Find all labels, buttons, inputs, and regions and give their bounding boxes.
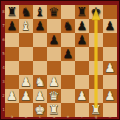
- square-d7[interactable]: [47, 19, 61, 33]
- piece-black-pawn: ♟: [105, 20, 116, 32]
- piece-white-pawn: ♟: [77, 90, 88, 102]
- square-f3[interactable]: [75, 75, 89, 89]
- square-c1[interactable]: ♚: [33, 103, 47, 117]
- square-a3[interactable]: [5, 75, 19, 89]
- piece-black-pawn: ♟: [77, 20, 88, 32]
- square-d2[interactable]: ♛: [47, 89, 61, 103]
- square-d1[interactable]: ♜: [47, 103, 61, 117]
- square-h4[interactable]: ♟: [103, 61, 117, 75]
- square-h1[interactable]: [103, 103, 117, 117]
- piece-white-pawn: ♟: [105, 62, 116, 74]
- square-c3[interactable]: ♞: [33, 75, 47, 89]
- square-c4[interactable]: [33, 61, 47, 75]
- piece-white-pawn: ♟: [35, 90, 46, 102]
- square-f5[interactable]: [75, 47, 89, 61]
- square-a1[interactable]: [5, 103, 19, 117]
- piece-white-pawn: ♟: [7, 90, 18, 102]
- square-c5[interactable]: [33, 47, 47, 61]
- square-h2[interactable]: ♟: [103, 89, 117, 103]
- square-a5[interactable]: [5, 47, 19, 61]
- square-e1[interactable]: [61, 103, 75, 117]
- piece-black-rook: ♜: [7, 6, 18, 18]
- square-d6[interactable]: ♟: [47, 33, 61, 47]
- square-g4[interactable]: [89, 61, 103, 75]
- square-b4[interactable]: [19, 61, 33, 75]
- square-c7[interactable]: ♟: [33, 19, 47, 33]
- piece-black-pawn: ♟: [49, 34, 60, 46]
- square-b3[interactable]: ♟: [19, 75, 33, 89]
- square-h7[interactable]: ♟: [103, 19, 117, 33]
- piece-white-pawn: ♟: [21, 76, 32, 88]
- square-b1[interactable]: [19, 103, 33, 117]
- chess-board-frame: ♜♞♝♛♜♚♟♝♟♞♟♟♟♟♟♟♟♞♟♟♟♟♛♟♟♚♜♜ 87654321abc…: [0, 0, 120, 120]
- square-g8[interactable]: ♚: [89, 5, 103, 19]
- piece-black-king: ♚: [91, 6, 102, 18]
- square-g6[interactable]: [89, 33, 103, 47]
- square-e7[interactable]: ♞: [61, 19, 75, 33]
- square-a8[interactable]: ♜: [5, 5, 19, 19]
- square-h3[interactable]: [103, 75, 117, 89]
- piece-white-bishop: ♝: [21, 20, 32, 32]
- square-d3[interactable]: ♟: [47, 75, 61, 89]
- square-a7[interactable]: ♟: [5, 19, 19, 33]
- square-g5[interactable]: [89, 47, 103, 61]
- square-e4[interactable]: [61, 61, 75, 75]
- square-f7[interactable]: ♟: [75, 19, 89, 33]
- square-h6[interactable]: [103, 33, 117, 47]
- square-b7[interactable]: ♝: [19, 19, 33, 33]
- piece-white-king: ♚: [35, 104, 46, 116]
- square-g2[interactable]: [89, 89, 103, 103]
- square-d8[interactable]: ♛: [47, 5, 61, 19]
- square-h8[interactable]: [103, 5, 117, 19]
- square-b8[interactable]: ♞: [19, 5, 33, 19]
- square-e8[interactable]: [61, 5, 75, 19]
- square-h5[interactable]: [103, 47, 117, 61]
- square-a2[interactable]: ♟: [5, 89, 19, 103]
- square-b6[interactable]: [19, 33, 33, 47]
- piece-white-pawn: ♟: [49, 76, 60, 88]
- square-b5[interactable]: [19, 47, 33, 61]
- square-f6[interactable]: ♟: [75, 33, 89, 47]
- square-b2[interactable]: ♟: [19, 89, 33, 103]
- piece-white-pawn: ♟: [105, 90, 116, 102]
- square-e3[interactable]: [61, 75, 75, 89]
- square-g1[interactable]: ♜: [89, 103, 103, 117]
- square-e5[interactable]: ♟: [61, 47, 75, 61]
- square-a6[interactable]: [5, 33, 19, 47]
- piece-black-pawn: ♟: [35, 20, 46, 32]
- piece-black-bishop: ♝: [35, 6, 46, 18]
- square-c2[interactable]: ♟: [33, 89, 47, 103]
- piece-white-pawn: ♟: [21, 90, 32, 102]
- piece-white-rook: ♜: [91, 104, 102, 116]
- square-a4[interactable]: [5, 61, 19, 75]
- piece-black-pawn: ♟: [77, 34, 88, 46]
- square-f4[interactable]: [75, 61, 89, 75]
- square-d5[interactable]: [47, 47, 61, 61]
- piece-black-pawn: ♟: [7, 20, 18, 32]
- square-e6[interactable]: [61, 33, 75, 47]
- square-e2[interactable]: [61, 89, 75, 103]
- piece-black-queen: ♛: [49, 6, 60, 18]
- piece-black-knight: ♞: [21, 6, 32, 18]
- piece-white-queen: ♛: [49, 90, 60, 102]
- square-c8[interactable]: ♝: [33, 5, 47, 19]
- square-c6[interactable]: [33, 33, 47, 47]
- square-f1[interactable]: [75, 103, 89, 117]
- chess-board: ♜♞♝♛♜♚♟♝♟♞♟♟♟♟♟♟♟♞♟♟♟♟♛♟♟♚♜♜: [5, 5, 117, 117]
- square-f8[interactable]: ♜: [75, 5, 89, 19]
- piece-white-rook: ♜: [49, 104, 60, 116]
- square-f2[interactable]: ♟: [75, 89, 89, 103]
- piece-black-knight: ♞: [63, 20, 74, 32]
- piece-black-rook: ♜: [77, 6, 88, 18]
- piece-black-pawn: ♟: [63, 48, 74, 60]
- square-g7[interactable]: [89, 19, 103, 33]
- square-d4[interactable]: [47, 61, 61, 75]
- square-g3[interactable]: [89, 75, 103, 89]
- piece-white-knight: ♞: [35, 76, 46, 88]
